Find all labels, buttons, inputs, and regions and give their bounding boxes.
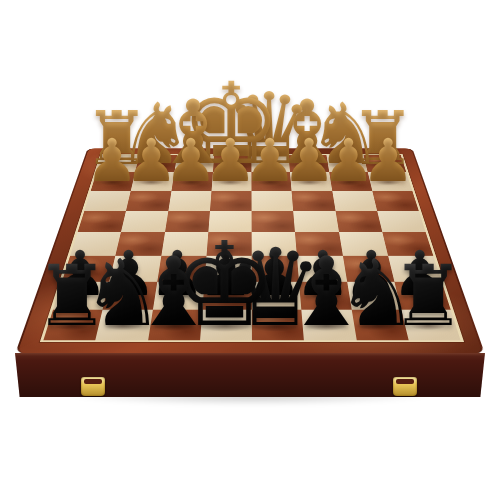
square-d5 <box>252 232 297 256</box>
square-c3 <box>292 191 335 211</box>
square-f5 <box>161 232 208 256</box>
board-grid <box>43 155 460 340</box>
square-c2 <box>290 172 332 191</box>
brass-hinge-right-icon <box>393 377 417 396</box>
square-b7 <box>347 281 401 309</box>
square-g5 <box>116 232 165 256</box>
square-c7 <box>299 281 351 309</box>
square-e1 <box>213 155 252 172</box>
square-h4 <box>78 211 127 233</box>
square-f7 <box>152 281 204 309</box>
square-g8 <box>95 309 152 340</box>
square-g3 <box>126 191 171 211</box>
square-h6 <box>62 256 116 282</box>
square-d3 <box>252 191 294 211</box>
square-b5 <box>339 232 388 256</box>
square-b4 <box>335 211 382 233</box>
square-b1 <box>326 155 368 172</box>
square-b6 <box>342 256 394 282</box>
square-h3 <box>84 191 131 211</box>
square-a7 <box>394 281 451 309</box>
square-g7 <box>103 281 157 309</box>
square-b2 <box>329 172 372 191</box>
square-c8 <box>302 309 357 340</box>
square-c1 <box>289 155 329 172</box>
square-f6 <box>157 256 206 282</box>
square-e2 <box>211 172 251 191</box>
brass-hinge-left-icon <box>81 377 105 396</box>
square-d7 <box>252 281 302 309</box>
chess-board <box>15 148 485 354</box>
perspective-scene <box>0 0 500 500</box>
square-d8 <box>252 309 304 340</box>
square-a8 <box>401 309 461 340</box>
square-c6 <box>297 256 347 282</box>
square-e8 <box>200 309 252 340</box>
square-b8 <box>351 309 408 340</box>
square-e6 <box>204 256 251 282</box>
square-d2 <box>251 172 291 191</box>
square-a2 <box>368 172 413 191</box>
square-d6 <box>252 256 300 282</box>
square-h2 <box>91 172 136 191</box>
square-d4 <box>252 211 296 233</box>
square-a4 <box>377 211 426 233</box>
square-g1 <box>135 155 176 172</box>
square-h1 <box>97 155 140 172</box>
square-b3 <box>332 191 377 211</box>
square-h8 <box>43 309 102 340</box>
square-c5 <box>295 232 342 256</box>
square-a3 <box>372 191 419 211</box>
square-f2 <box>171 172 213 191</box>
board-front-edge <box>15 353 485 397</box>
square-c4 <box>293 211 338 233</box>
square-g4 <box>121 211 168 233</box>
square-d1 <box>251 155 290 172</box>
square-f4 <box>165 211 210 233</box>
square-f8 <box>148 309 203 340</box>
square-g6 <box>109 256 160 282</box>
square-f1 <box>174 155 214 172</box>
square-f3 <box>168 191 211 211</box>
square-g2 <box>131 172 174 191</box>
square-h5 <box>70 232 121 256</box>
square-e5 <box>206 232 251 256</box>
square-h7 <box>53 281 109 309</box>
chess-set-photo: ♜♞♝♛♚♝♞♜♟♟♟♟♟♟♟♟♟♟♟♟♟♟♟♟♜♞♝♛♚♝♞♜ <box>0 0 500 500</box>
square-a1 <box>363 155 406 172</box>
square-a5 <box>382 232 433 256</box>
square-e4 <box>208 211 252 233</box>
square-a6 <box>388 256 442 282</box>
square-e7 <box>202 281 252 309</box>
square-e3 <box>210 191 252 211</box>
